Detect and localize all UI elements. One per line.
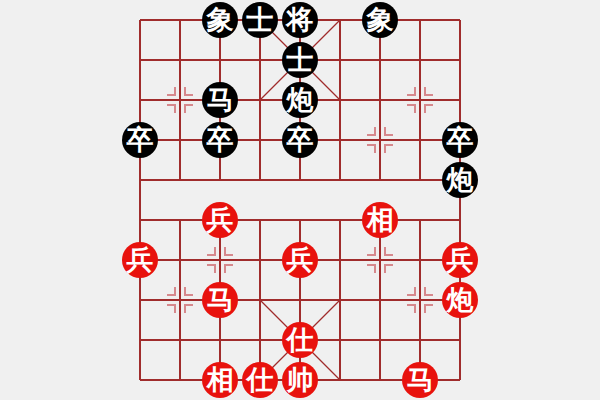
piece-red-soldier[interactable]: 兵 <box>442 242 478 278</box>
piece-black-soldier[interactable]: 卒 <box>122 122 158 158</box>
piece-red-soldier[interactable]: 兵 <box>122 242 158 278</box>
piece-red-general[interactable]: 帅 <box>282 362 318 398</box>
piece-red-elephant[interactable]: 相 <box>202 362 238 398</box>
piece-black-advisor[interactable]: 士 <box>242 2 278 38</box>
piece-black-soldier[interactable]: 卒 <box>202 122 238 158</box>
piece-black-elephant[interactable]: 象 <box>362 2 398 38</box>
piece-black-soldier[interactable]: 卒 <box>282 122 318 158</box>
piece-black-elephant[interactable]: 象 <box>202 2 238 38</box>
piece-red-soldier[interactable]: 兵 <box>202 202 238 238</box>
piece-black-horse[interactable]: 马 <box>202 82 238 118</box>
piece-red-advisor[interactable]: 仕 <box>282 322 318 358</box>
piece-red-soldier[interactable]: 兵 <box>282 242 318 278</box>
piece-black-cannon[interactable]: 炮 <box>442 162 478 198</box>
piece-red-horse[interactable]: 马 <box>402 362 438 398</box>
piece-black-cannon[interactable]: 炮 <box>282 82 318 118</box>
piece-red-advisor[interactable]: 仕 <box>242 362 278 398</box>
piece-black-advisor[interactable]: 士 <box>282 42 318 78</box>
piece-red-elephant[interactable]: 相 <box>362 202 398 238</box>
piece-red-horse[interactable]: 马 <box>202 282 238 318</box>
piece-black-soldier[interactable]: 卒 <box>442 122 478 158</box>
piece-red-cannon[interactable]: 炮 <box>442 282 478 318</box>
xiangqi-board: 象士将象士马炮卒卒卒卒炮兵相兵兵兵马炮仕相仕帅马 <box>0 0 600 400</box>
piece-black-general[interactable]: 将 <box>282 2 318 38</box>
